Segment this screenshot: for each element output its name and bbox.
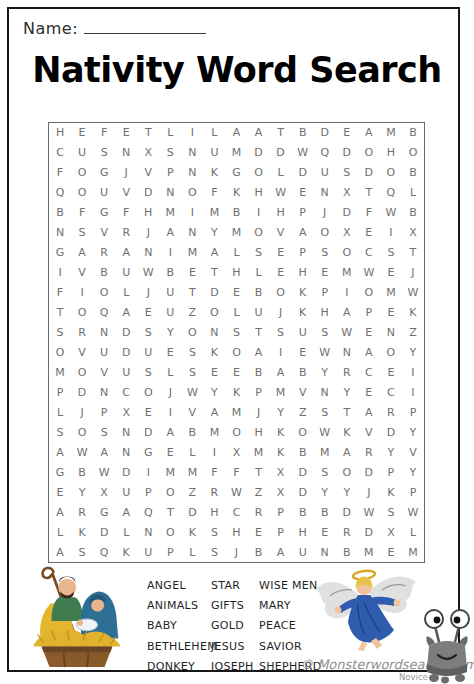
grid-cell-r21c17: L — [402, 522, 424, 542]
grid-cell-r10c14: A — [336, 303, 358, 323]
grid-cell-r13c16: E — [380, 362, 402, 382]
grid-cell-r5c13: J — [314, 203, 336, 223]
grid-cell-r5c12: P — [292, 203, 314, 223]
grid-cell-r17c1: A — [49, 442, 71, 462]
grid-cell-r6c7: N — [181, 223, 203, 243]
grid-cell-r1c9: A — [225, 123, 247, 143]
word-item: GOLD — [211, 616, 254, 636]
grid-cell-r14c17: I — [402, 382, 424, 402]
grid-cell-r3c17: B — [402, 163, 424, 183]
grid-cell-r18c6: M — [159, 462, 181, 482]
grid-cell-r19c3: X — [93, 482, 115, 502]
grid-cell-r11c7: O — [181, 323, 203, 343]
grid-cell-r20c10: R — [248, 502, 270, 522]
grid-cell-r12c17: Y — [402, 343, 424, 363]
grid-cell-r2c17: O — [402, 143, 424, 163]
grid-cell-r5c9: B — [225, 203, 247, 223]
grid-cell-r5c2: F — [71, 203, 93, 223]
grid-cell-r12c8: K — [203, 343, 225, 363]
grid-cell-r4c16: Q — [380, 183, 402, 203]
grid-cell-r10c13: H — [314, 303, 336, 323]
grid-cell-r21c1: L — [49, 522, 71, 542]
grid-cell-r3c9: G — [225, 163, 247, 183]
grid-cell-r15c3: P — [93, 402, 115, 422]
grid-cell-r16c15: V — [358, 422, 380, 442]
grid-cell-r22c8: S — [203, 542, 225, 562]
grid-cell-r6c13: O — [314, 223, 336, 243]
grid-cell-r15c6: I — [159, 402, 181, 422]
grid-cell-r1c12: B — [292, 123, 314, 143]
grid-cell-r17c14: A — [336, 442, 358, 462]
grid-cell-r5c1: B — [49, 203, 71, 223]
grid-cell-r14c5: O — [137, 382, 159, 402]
grid-cell-r17c6: E — [159, 442, 181, 462]
grid-cell-r17c11: K — [270, 442, 292, 462]
page-title: Nativity Word Search — [0, 50, 474, 90]
grid-cell-r18c4: D — [115, 462, 137, 482]
grid-cell-r14c1: P — [49, 382, 71, 402]
grid-cell-r7c6: I — [159, 243, 181, 263]
grid-cell-r15c2: J — [71, 402, 93, 422]
grid-cell-r15c10: J — [248, 402, 270, 422]
word-item: GIFTS — [211, 596, 254, 616]
grid-cell-r3c5: V — [137, 163, 159, 183]
grid-cell-r14c11: M — [270, 382, 292, 402]
grid-cell-r19c17: P — [402, 482, 424, 502]
grid-cell-r12c14: N — [336, 343, 358, 363]
grid-cell-r2c7: N — [181, 143, 203, 163]
grid-cell-r9c16: M — [380, 283, 402, 303]
grid-cell-r6c17: X — [402, 223, 424, 243]
grid-cell-r16c9: O — [225, 422, 247, 442]
grid-cell-r2c4: N — [115, 143, 137, 163]
grid-cell-r8c12: H — [292, 263, 314, 283]
grid-cell-r6c11: V — [270, 223, 292, 243]
grid-cell-r21c15: D — [358, 522, 380, 542]
grid-cell-r21c3: D — [93, 522, 115, 542]
grid-cell-r22c14: B — [336, 542, 358, 562]
grid-cell-r20c13: B — [314, 502, 336, 522]
grid-cell-r7c3: R — [93, 243, 115, 263]
word-item: JESUS — [211, 637, 254, 657]
grid-cell-r4c1: Q — [49, 183, 71, 203]
grid-cell-r16c11: K — [270, 422, 292, 442]
grid-cell-r10c4: A — [115, 303, 137, 323]
grid-cell-r11c13: S — [314, 323, 336, 343]
difficulty-label: Novice — [399, 672, 428, 682]
grid-cell-r9c10: B — [248, 283, 270, 303]
grid-cell-r10c15: P — [358, 303, 380, 323]
grid-cell-r5c4: F — [115, 203, 137, 223]
grid-cell-r22c15: M — [358, 542, 380, 562]
grid-cell-r7c10: S — [248, 243, 270, 263]
monster-mascot-icon — [421, 608, 473, 684]
grid-cell-r19c10: Z — [248, 482, 270, 502]
name-label: Name: — [23, 19, 78, 38]
grid-cell-r20c12: B — [292, 502, 314, 522]
grid-cell-r6c8: Y — [203, 223, 225, 243]
grid-cell-r3c16: O — [380, 163, 402, 183]
grid-cell-r4c8: F — [203, 183, 225, 203]
grid-cell-r19c9: W — [225, 482, 247, 502]
grid-cell-r4c4: V — [115, 183, 137, 203]
grid-cell-r14c2: D — [71, 382, 93, 402]
grid-cell-r15c15: A — [358, 402, 380, 422]
grid-cell-r1c4: E — [115, 123, 137, 143]
grid-cell-r12c10: A — [248, 343, 270, 363]
grid-cell-r6c15: E — [358, 223, 380, 243]
grid-cell-r2c5: X — [137, 143, 159, 163]
grid-cell-r20c1: A — [49, 502, 71, 522]
grid-cell-r13c7: S — [181, 362, 203, 382]
grid-cell-r14c13: N — [314, 382, 336, 402]
grid-cell-r3c12: D — [292, 163, 314, 183]
grid-cell-r7c5: N — [137, 243, 159, 263]
grid-cell-r11c17: Z — [402, 323, 424, 343]
grid-cell-r20c16: S — [380, 502, 402, 522]
grid-cell-r10c1: T — [49, 303, 71, 323]
grid-cell-r3c11: L — [270, 163, 292, 183]
grid-cell-r12c13: W — [314, 343, 336, 363]
grid-cell-r22c11: A — [270, 542, 292, 562]
grid-cell-r2c9: M — [225, 143, 247, 163]
grid-cell-r6c4: R — [115, 223, 137, 243]
grid-cell-r12c15: A — [358, 343, 380, 363]
grid-cell-r7c12: P — [292, 243, 314, 263]
grid-cell-r6c9: M — [225, 223, 247, 243]
grid-cell-r19c12: D — [292, 482, 314, 502]
grid-cell-r19c8: R — [203, 482, 225, 502]
grid-cell-r9c15: O — [358, 283, 380, 303]
grid-cell-r3c3: G — [93, 163, 115, 183]
grid-cell-r15c9: M — [225, 402, 247, 422]
grid-cell-r8c1: I — [49, 263, 71, 283]
grid-cell-r19c2: Y — [71, 482, 93, 502]
grid-cell-r14c6: J — [159, 382, 181, 402]
grid-cell-r3c2: O — [71, 163, 93, 183]
grid-cell-r8c14: M — [336, 263, 358, 283]
grid-cell-r22c9: J — [225, 542, 247, 562]
grid-cell-r21c16: X — [380, 522, 402, 542]
grid-cell-r3c7: N — [181, 163, 203, 183]
grid-cell-r19c5: P — [137, 482, 159, 502]
grid-cell-r5c7: I — [181, 203, 203, 223]
grid-cell-r7c8: A — [203, 243, 225, 263]
grid-cell-r9c6: U — [159, 283, 181, 303]
grid-cell-r15c4: X — [115, 402, 137, 422]
grid-cell-r21c14: R — [336, 522, 358, 542]
grid-cell-r3c4: J — [115, 163, 137, 183]
grid-cell-r21c9: H — [225, 522, 247, 542]
grid-cell-r7c13: S — [314, 243, 336, 263]
grid-cell-r18c14: O — [336, 462, 358, 482]
grid-cell-r22c17: M — [402, 542, 424, 562]
grid-cell-r9c2: I — [71, 283, 93, 303]
grid-cell-r18c13: S — [314, 462, 336, 482]
word-column-2: STARGIFTSGOLDJESUSJOSEPH — [211, 576, 254, 677]
grid-cell-r4c9: K — [225, 183, 247, 203]
word-item: STAR — [211, 576, 254, 596]
grid-cell-r22c16: E — [380, 542, 402, 562]
grid-cell-r16c8: M — [203, 422, 225, 442]
grid-cell-r18c3: W — [93, 462, 115, 482]
grid-cell-r17c5: G — [137, 442, 159, 462]
grid-cell-r15c7: V — [181, 402, 203, 422]
grid-cell-r13c4: U — [115, 362, 137, 382]
grid-cell-r19c4: U — [115, 482, 137, 502]
grid-cell-r15c14: T — [336, 402, 358, 422]
grid-cell-r2c2: U — [71, 143, 93, 163]
grid-cell-r1c16: M — [380, 123, 402, 143]
grid-cell-r14c16: C — [380, 382, 402, 402]
grid-cell-r12c11: I — [270, 343, 292, 363]
grid-cell-r16c5: D — [137, 422, 159, 442]
grid-cell-r4c10: H — [248, 183, 270, 203]
grid-cell-r12c4: D — [115, 343, 137, 363]
grid-cell-r7c16: S — [380, 243, 402, 263]
grid-cell-r10c3: Q — [93, 303, 115, 323]
grid-cell-r1c13: D — [314, 123, 336, 143]
word-item: JOSEPH — [211, 657, 254, 677]
grid-cell-r16c1: S — [49, 422, 71, 442]
grid-cell-r13c12: B — [292, 362, 314, 382]
grid-cell-r9c4: L — [115, 283, 137, 303]
grid-cell-r2c13: Q — [314, 143, 336, 163]
grid-cell-r10c8: O — [203, 303, 225, 323]
grid-cell-r13c3: V — [93, 362, 115, 382]
grid-cell-r20c11: P — [270, 502, 292, 522]
grid-cell-r2c3: S — [93, 143, 115, 163]
grid-cell-r17c8: I — [203, 442, 225, 462]
grid-cell-r13c2: O — [71, 362, 93, 382]
grid-cell-r22c2: S — [71, 542, 93, 562]
grid-cell-r10c10: U — [248, 303, 270, 323]
grid-cell-r22c1: A — [49, 542, 71, 562]
grid-cell-r12c3: U — [93, 343, 115, 363]
nativity-scene-icon — [18, 562, 136, 670]
grid-cell-r15c1: L — [49, 402, 71, 422]
grid-cell-r13c9: E — [225, 362, 247, 382]
word-item: ANIMALS — [147, 596, 217, 616]
grid-cell-r13c10: B — [248, 362, 270, 382]
grid-cell-r8c13: E — [314, 263, 336, 283]
grid-cell-r11c8: N — [203, 323, 225, 343]
grid-cell-r13c17: I — [402, 362, 424, 382]
grid-cell-r9c13: P — [314, 283, 336, 303]
grid-cell-r13c11: A — [270, 362, 292, 382]
grid-cell-r1c10: A — [248, 123, 270, 143]
grid-cell-r18c5: I — [137, 462, 159, 482]
grid-cell-r4c7: O — [181, 183, 203, 203]
grid-cell-r7c1: G — [49, 243, 71, 263]
name-blank-line — [84, 21, 206, 34]
grid-cell-r16c13: W — [314, 422, 336, 442]
grid-cell-r20c15: W — [358, 502, 380, 522]
grid-cell-r19c7: Z — [181, 482, 203, 502]
grid-cell-r12c5: U — [137, 343, 159, 363]
grid-cell-r10c5: E — [137, 303, 159, 323]
grid-cell-r20c5: Q — [137, 502, 159, 522]
grid-cell-r10c2: O — [71, 303, 93, 323]
grid-cell-r21c5: N — [137, 522, 159, 542]
grid-cell-r14c14: Y — [336, 382, 358, 402]
grid-cell-r10c6: U — [159, 303, 181, 323]
grid-cell-r9c11: O — [270, 283, 292, 303]
grid-cell-r11c15: E — [358, 323, 380, 343]
grid-cell-r18c15: D — [358, 462, 380, 482]
grid-cell-r17c3: A — [93, 442, 115, 462]
grid-cell-r5c8: M — [203, 203, 225, 223]
grid-cell-r16c7: B — [181, 422, 203, 442]
grid-cell-r10c16: E — [380, 303, 402, 323]
grid-cell-r12c9: O — [225, 343, 247, 363]
grid-cell-r20c14: D — [336, 502, 358, 522]
grid-cell-r4c12: E — [292, 183, 314, 203]
grid-cell-r17c10: M — [248, 442, 270, 462]
grid-cell-r12c7: S — [181, 343, 203, 363]
grid-cell-r1c2: E — [71, 123, 93, 143]
grid-cell-r4c14: X — [336, 183, 358, 203]
grid-cell-r7c14: O — [336, 243, 358, 263]
grid-cell-r7c7: M — [181, 243, 203, 263]
grid-cell-r6c1: N — [49, 223, 71, 243]
grid-cell-r13c6: L — [159, 362, 181, 382]
grid-cell-r6c3: V — [93, 223, 115, 243]
grid-cell-r4c13: N — [314, 183, 336, 203]
grid-cell-r8c8: T — [203, 263, 225, 283]
grid-cell-r8c17: J — [402, 263, 424, 283]
grid-cell-r10c12: K — [292, 303, 314, 323]
grid-cell-r16c2: O — [71, 422, 93, 442]
grid-cell-r2c12: W — [292, 143, 314, 163]
grid-cell-r20c2: R — [71, 502, 93, 522]
grid-cell-r16c17: Y — [402, 422, 424, 442]
grid-cell-r21c11: P — [270, 522, 292, 542]
grid-cell-r8c2: V — [71, 263, 93, 283]
grid-cell-r14c7: W — [181, 382, 203, 402]
grid-cell-r17c17: V — [402, 442, 424, 462]
grid-cell-r21c10: E — [248, 522, 270, 542]
grid-cell-r18c11: X — [270, 462, 292, 482]
grid-cell-r14c12: V — [292, 382, 314, 402]
grid-cell-r3c10: O — [248, 163, 270, 183]
grid-cell-r22c5: U — [137, 542, 159, 562]
grid-cell-r8c7: E — [181, 263, 203, 283]
grid-cell-r16c6: A — [159, 422, 181, 442]
grid-cell-r2c1: C — [49, 143, 71, 163]
grid-cell-r14c4: C — [115, 382, 137, 402]
angel-icon — [312, 568, 424, 656]
grid-cell-r10c9: L — [225, 303, 247, 323]
grid-cell-r11c9: S — [225, 323, 247, 343]
grid-cell-r1c5: T — [137, 123, 159, 143]
grid-cell-r18c16: P — [380, 462, 402, 482]
grid-cell-r10c7: Z — [181, 303, 203, 323]
grid-cell-r2c11: D — [270, 143, 292, 163]
grid-cell-r11c3: N — [93, 323, 115, 343]
grid-cell-r2c15: O — [358, 143, 380, 163]
grid-cell-r3c8: K — [203, 163, 225, 183]
grid-cell-r8c11: E — [270, 263, 292, 283]
grid-cell-r22c7: L — [181, 542, 203, 562]
grid-cell-r8c10: L — [248, 263, 270, 283]
grid-cell-r13c1: M — [49, 362, 71, 382]
grid-cell-r17c9: X — [225, 442, 247, 462]
grid-cell-r14c15: E — [358, 382, 380, 402]
grid-cell-r5c17: B — [402, 203, 424, 223]
grid-cell-r6c2: S — [71, 223, 93, 243]
grid-cell-r6c10: O — [248, 223, 270, 243]
grid-cell-r20c3: G — [93, 502, 115, 522]
grid-cell-r21c13: E — [314, 522, 336, 542]
grid-cell-r16c3: S — [93, 422, 115, 442]
grid-cell-r11c2: R — [71, 323, 93, 343]
grid-cell-r17c15: R — [358, 442, 380, 462]
grid-cell-r7c15: C — [358, 243, 380, 263]
grid-cell-r13c5: S — [137, 362, 159, 382]
grid-cell-r3c15: D — [358, 163, 380, 183]
grid-cell-r12c2: V — [71, 343, 93, 363]
grid-cell-r4c15: T — [358, 183, 380, 203]
grid-cell-r8c5: W — [137, 263, 159, 283]
grid-cell-r9c3: O — [93, 283, 115, 303]
grid-cell-r15c13: S — [314, 402, 336, 422]
grid-cell-r13c15: C — [358, 362, 380, 382]
grid-cell-r22c6: P — [159, 542, 181, 562]
grid-cell-r7c2: A — [71, 243, 93, 263]
grid-cell-r2c10: D — [248, 143, 270, 163]
grid-cell-r2c14: D — [336, 143, 358, 163]
grid-cell-r6c16: I — [380, 223, 402, 243]
grid-cell-r3c14: S — [336, 163, 358, 183]
grid-cell-r2c8: U — [203, 143, 225, 163]
grid-cell-r20c7: D — [181, 502, 203, 522]
grid-cell-r9c12: K — [292, 283, 314, 303]
grid-cell-r4c6: N — [159, 183, 181, 203]
grid-cell-r11c12: U — [292, 323, 314, 343]
grid-cell-r16c16: D — [380, 422, 402, 442]
grid-cell-r14c9: K — [225, 382, 247, 402]
grid-cell-r7c4: A — [115, 243, 137, 263]
grid-cell-r19c6: O — [159, 482, 181, 502]
grid-cell-r22c13: N — [314, 542, 336, 562]
grid-cell-r1c6: L — [159, 123, 181, 143]
word-item: BETHLEHEM — [147, 637, 217, 657]
grid-cell-r1c8: L — [203, 123, 225, 143]
grid-cell-r13c13: Y — [314, 362, 336, 382]
grid-cell-r8c15: W — [358, 263, 380, 283]
grid-cell-r22c12: U — [292, 542, 314, 562]
grid-cell-r11c1: S — [49, 323, 71, 343]
grid-cell-r17c13: M — [314, 442, 336, 462]
grid-cell-r22c3: Q — [93, 542, 115, 562]
grid-cell-r19c15: J — [358, 482, 380, 502]
grid-cell-r5c5: H — [137, 203, 159, 223]
grid-cell-r11c14: W — [336, 323, 358, 343]
grid-cell-r1c7: I — [181, 123, 203, 143]
grid-cell-r16c10: H — [248, 422, 270, 442]
grid-cell-r8c3: B — [93, 263, 115, 283]
grid-cell-r15c12: Z — [292, 402, 314, 422]
grid-cell-r9c14: I — [336, 283, 358, 303]
grid-cell-r7c17: T — [402, 243, 424, 263]
word-item: ANGEL — [147, 576, 217, 596]
grid-cell-r3c13: U — [314, 163, 336, 183]
grid-cell-r1c1: H — [49, 123, 71, 143]
grid-cell-r20c9: C — [225, 502, 247, 522]
grid-cell-r5c3: G — [93, 203, 115, 223]
grid-cell-r11c5: S — [137, 323, 159, 343]
